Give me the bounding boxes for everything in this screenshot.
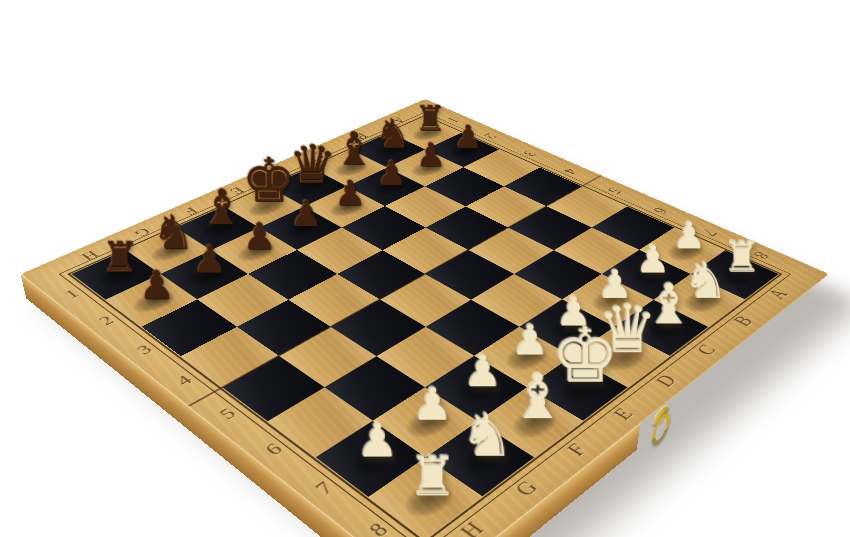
coordinate-label: 4 [172, 372, 197, 389]
coordinate-label: 3 [519, 149, 539, 158]
coordinate-label: 5 [215, 405, 241, 423]
light-pawn-g7[interactable]: ♟ [412, 384, 453, 426]
dark-pawn-e2[interactable]: ♟ [290, 198, 322, 231]
coordinate-label: B [729, 313, 758, 329]
coordinate-label: 5 [603, 185, 625, 195]
dark-pawn-b2[interactable]: ♟ [416, 140, 446, 170]
light-rook-a8[interactable]: ♜ [723, 239, 761, 278]
coordinate-label: 6 [649, 205, 672, 216]
coordinate-label: E [607, 404, 638, 423]
light-rook-h8[interactable]: ♜ [409, 452, 458, 502]
coordinate-label: 1 [61, 287, 83, 301]
coordinate-label: 6 [260, 440, 287, 460]
dark-pawn-f2[interactable]: ♟ [242, 219, 275, 253]
coordinate-label: 2 [96, 314, 119, 329]
board-grid: HGFEDCBA1♜♞♝♚♛♝♞♜12♟♟♟♟♟♟♟♟2334455667♟♟♟… [21, 99, 830, 537]
dark-bishop-f1[interactable]: ♝ [200, 185, 244, 230]
dark-rook-a1[interactable]: ♜ [415, 103, 446, 135]
chess-board: HGFEDCBA1♜♞♝♚♛♝♞♜12♟♟♟♟♟♟♟♟2334455667♟♟♟… [21, 99, 830, 537]
dark-pawn-g2[interactable]: ♟ [192, 242, 226, 277]
dark-knight-b1[interactable]: ♞ [375, 115, 411, 152]
coordinate-label: C [691, 341, 721, 358]
coordinate-label: 4 [560, 166, 581, 176]
photo-scene: HGFEDCBA1♜♞♝♚♛♝♞♜12♟♟♟♟♟♟♟♟2334455667♟♟♟… [0, 0, 850, 537]
dark-knight-g1[interactable]: ♞ [152, 210, 194, 253]
dark-king-e1[interactable]: ♚ [242, 154, 296, 210]
coordinate-label: A [764, 286, 793, 302]
dark-pawn-a2[interactable]: ♟ [453, 123, 482, 152]
coordinate-label: D [650, 371, 681, 390]
coordinate-label: 7 [310, 478, 339, 499]
light-pawn-e7[interactable]: ♟ [511, 321, 549, 360]
coordinate-label: H [77, 248, 101, 262]
light-knight-g8[interactable]: ♞ [461, 408, 514, 463]
light-pawn-f7[interactable]: ♟ [463, 352, 502, 392]
coordinate-label: 3 [133, 342, 157, 358]
coordinate-label: G [509, 476, 543, 500]
coordinate-label: 2 [480, 132, 500, 141]
square-f4[interactable] [288, 274, 379, 327]
board-top-face: HGFEDCBA1♜♞♝♚♛♝♞♜12♟♟♟♟♟♟♟♟2334455667♟♟♟… [21, 99, 830, 537]
dark-pawn-c2[interactable]: ♟ [376, 158, 406, 189]
dark-bishop-c1[interactable]: ♝ [334, 129, 374, 170]
light-pawn-h7[interactable]: ♟ [357, 419, 399, 462]
dark-pawn-h2[interactable]: ♟ [139, 267, 174, 303]
light-pawn-a7[interactable]: ♟ [673, 219, 706, 253]
coordinate-label: 8 [363, 519, 394, 537]
dark-rook-h1[interactable]: ♜ [102, 239, 140, 278]
dark-pawn-d2[interactable]: ♟ [334, 177, 365, 209]
coordinate-label: F [561, 439, 592, 459]
coordinate-label: H [454, 517, 489, 537]
light-bishop-f8[interactable]: ♝ [510, 369, 566, 426]
